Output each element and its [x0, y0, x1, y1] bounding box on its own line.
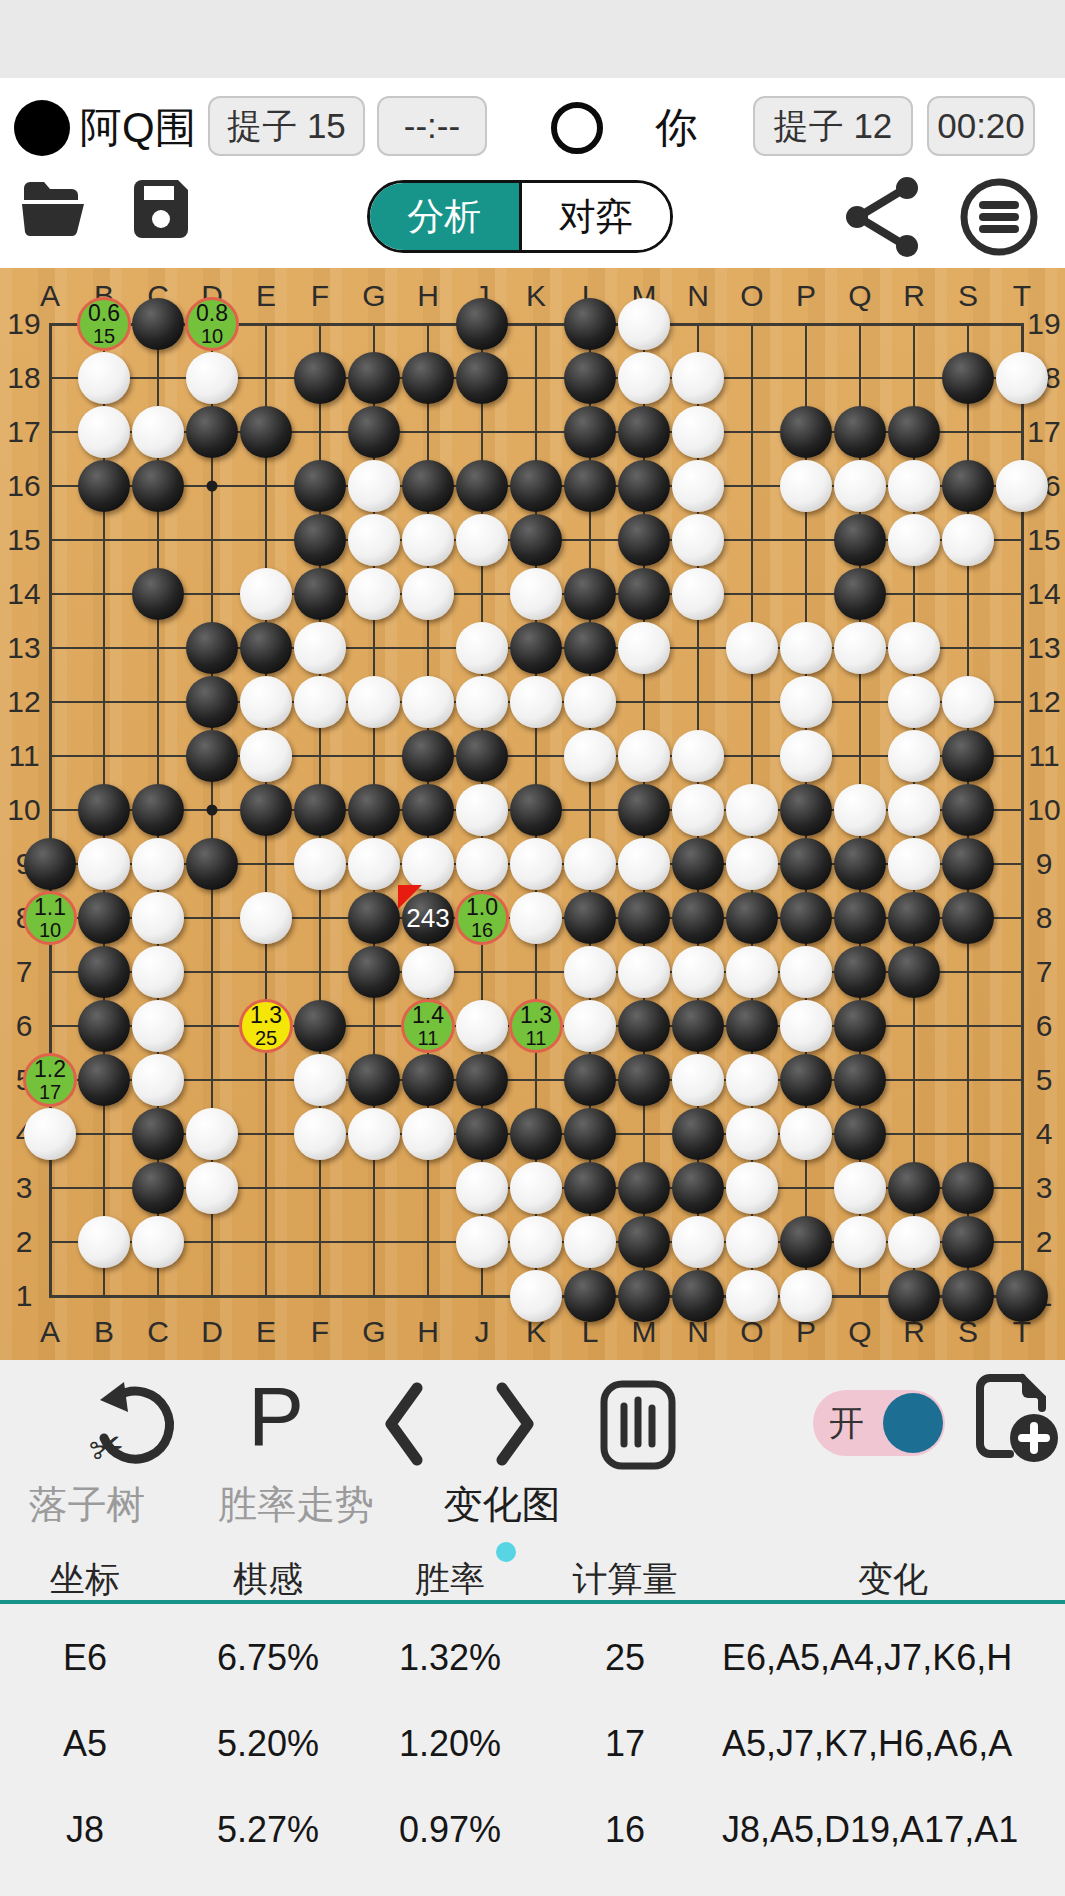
open-file-button[interactable] — [20, 180, 86, 236]
coord-number-left: 12 — [7, 685, 40, 719]
table-header-underline — [0, 1600, 1065, 1604]
coord-number-right: 7 — [1036, 955, 1053, 989]
white-stone-R11 — [888, 730, 940, 782]
new-file-button[interactable] — [972, 1372, 1062, 1468]
white-stone-G14 — [348, 568, 400, 620]
coord-number-right: 17 — [1027, 415, 1060, 449]
coord-number-right: 10 — [1027, 793, 1060, 827]
black-stone-D12 — [186, 676, 238, 728]
last-move-marker-triangle — [398, 885, 422, 909]
coord-letter-top: P — [796, 279, 816, 313]
black-stone-N6 — [672, 1000, 724, 1052]
suggestion-visits: 10 — [39, 920, 61, 940]
black-stone-E13 — [240, 622, 292, 674]
white-stone-G12 — [348, 676, 400, 728]
black-stone-G17 — [348, 406, 400, 458]
suggestion-overlay-B19[interactable]: 0.615 — [77, 297, 131, 351]
black-stone-M14 — [618, 568, 670, 620]
suggestion-winrate: 1.4 — [412, 1004, 444, 1027]
black-stone-C19 — [132, 298, 184, 350]
black-stone-A9 — [24, 838, 76, 890]
white-stone-G9 — [348, 838, 400, 890]
white-stone-G16 — [348, 460, 400, 512]
bar-chart-icon — [600, 1380, 676, 1470]
white-stone-Q16 — [834, 460, 886, 512]
mode-segmented-control: 分析 对弈 — [367, 180, 673, 253]
black-stone-H18 — [402, 352, 454, 404]
white-stone-R15 — [888, 514, 940, 566]
coord-letter-top: G — [362, 279, 385, 313]
black-stone-J16 — [456, 460, 508, 512]
white-stone-L6 — [564, 1000, 616, 1052]
suggestion-overlay-A8[interactable]: 1.110 — [23, 891, 77, 945]
white-stone-O2 — [726, 1216, 778, 1268]
white-stone-P12 — [780, 676, 832, 728]
white-stone-H15 — [402, 514, 454, 566]
white-stone-C6 — [132, 1000, 184, 1052]
table-header-cell: 变化 — [858, 1556, 928, 1603]
black-stone-M10 — [618, 784, 670, 836]
header: 阿Q围 提子 15 --:-- 你 提子 12 00:20 — [0, 78, 1065, 268]
coord-letter-top: A — [40, 279, 60, 313]
black-stone-S9 — [942, 838, 994, 890]
tab-move-tree[interactable]: 落子树 — [29, 1478, 146, 1532]
black-stone-Q17 — [834, 406, 886, 458]
coord-number-right: 11 — [1028, 739, 1059, 773]
white-stone-D18 — [186, 352, 238, 404]
white-clock: 00:20 — [927, 96, 1035, 156]
black-stone-G5 — [348, 1054, 400, 1106]
black-stone-S16 — [942, 460, 994, 512]
coord-letter-bottom: E — [256, 1315, 276, 1349]
white-stone-R2 — [888, 1216, 940, 1268]
white-stone-R10 — [888, 784, 940, 836]
white-stone-D3 — [186, 1162, 238, 1214]
white-stone-G15 — [348, 514, 400, 566]
black-stone-Q9 — [834, 838, 886, 890]
chart-button[interactable] — [600, 1380, 676, 1470]
white-stone-O5 — [726, 1054, 778, 1106]
white-stone-M11 — [618, 730, 670, 782]
white-stone-K3 — [510, 1162, 562, 1214]
coord-letter-top: E — [256, 279, 276, 313]
coord-number-left: 13 — [7, 631, 40, 665]
black-stone-O6 — [726, 1000, 778, 1052]
black-time-value: --:-- — [404, 106, 460, 146]
black-stone-D17 — [186, 406, 238, 458]
black-stone-G8 — [348, 892, 400, 944]
white-stone-J13 — [456, 622, 508, 674]
black-stone-P10 — [780, 784, 832, 836]
black-stone-F15 — [294, 514, 346, 566]
tab-play[interactable]: 对弈 — [519, 183, 671, 250]
share-button[interactable] — [842, 176, 926, 258]
black-stone-H10 — [402, 784, 454, 836]
file-plus-icon — [972, 1372, 1062, 1468]
status-bar — [0, 0, 1065, 78]
white-stone-K1 — [510, 1270, 562, 1322]
white-stone-N14 — [672, 568, 724, 620]
coord-letter-top: F — [311, 279, 329, 313]
black-stone-L1 — [564, 1270, 616, 1322]
coord-letter-bottom: J — [475, 1315, 490, 1349]
black-stone-P17 — [780, 406, 832, 458]
coord-number-right: 8 — [1036, 901, 1053, 935]
cell-winrate: 0.97% — [399, 1809, 501, 1851]
white-stone-E11 — [240, 730, 292, 782]
white-player-stone-icon — [551, 102, 603, 154]
black-stone-K16 — [510, 460, 562, 512]
white-stone-N7 — [672, 946, 724, 998]
cell-variation: A5,J7,K7,H6,A6,A — [722, 1723, 1065, 1765]
white-stone-R13 — [888, 622, 940, 674]
black-stone-K10 — [510, 784, 562, 836]
tab-winrate-trend[interactable]: 胜率走势 — [218, 1478, 374, 1532]
table-header-cell: 坐标 — [50, 1556, 120, 1603]
coord-number-right: 12 — [1027, 685, 1060, 719]
black-stone-M5 — [618, 1054, 670, 1106]
black-stone-C14 — [132, 568, 184, 620]
white-stone-M9 — [618, 838, 670, 890]
undo-move-button[interactable]: ✂ — [88, 1380, 184, 1472]
suggestion-overlay-K6[interactable]: 1.311 — [509, 999, 563, 1053]
coord-letter-top: R — [903, 279, 925, 313]
white-stone-F4 — [294, 1108, 346, 1160]
white-stone-E14 — [240, 568, 292, 620]
white-stone-H4 — [402, 1108, 454, 1160]
cell-visits: 17 — [605, 1723, 645, 1765]
black-stone-E17 — [240, 406, 292, 458]
white-stone-N18 — [672, 352, 724, 404]
black-stone-K13 — [510, 622, 562, 674]
cell-variation: E6,A5,A4,J7,K6,H — [722, 1637, 1065, 1679]
variation-row-J8[interactable]: J85.27%0.97%16J8,A5,D19,A17,A1 — [0, 1787, 1065, 1873]
black-stone-P5 — [780, 1054, 832, 1106]
pass-button[interactable]: P — [248, 1368, 304, 1465]
coord-letter-bottom: G — [362, 1315, 385, 1349]
coord-letter-top: O — [740, 279, 763, 313]
black-stone-B10 — [78, 784, 130, 836]
black-stone-M15 — [618, 514, 670, 566]
black-stone-C10 — [132, 784, 184, 836]
white-stone-N10 — [672, 784, 724, 836]
white-stone-N15 — [672, 514, 724, 566]
black-stone-J11 — [456, 730, 508, 782]
black-stone-L17 — [564, 406, 616, 458]
analysis-panel: ✂ P 开 — [0, 1360, 1065, 1896]
white-stone-P4 — [780, 1108, 832, 1160]
white-captures-chip: 提子 12 — [753, 96, 913, 156]
white-stone-R16 — [888, 460, 940, 512]
variation-row-A5[interactable]: A55.20%1.20%17A5,J7,K7,H6,A6,A — [0, 1701, 1065, 1787]
black-stone-R3 — [888, 1162, 940, 1214]
coord-number-right: 9 — [1036, 847, 1053, 881]
white-captures-label: 提子 — [774, 103, 844, 150]
black-stone-F6 — [294, 1000, 346, 1052]
coord-number-left: 10 — [7, 793, 40, 827]
cell-coord: J8 — [66, 1809, 104, 1851]
white-stone-L9 — [564, 838, 616, 890]
engine-toggle[interactable]: 开 — [813, 1390, 945, 1456]
cell-visits: 16 — [605, 1809, 645, 1851]
cell-variation: J8,A5,D19,A17,A1 — [722, 1809, 1065, 1851]
table-header-row: 坐标棋感胜率计算量变化 — [0, 1556, 1065, 1600]
toggle-on-label: 开 — [829, 1400, 864, 1447]
white-stone-C5 — [132, 1054, 184, 1106]
black-stone-F18 — [294, 352, 346, 404]
black-stone-R1 — [888, 1270, 940, 1322]
white-stone-D4 — [186, 1108, 238, 1160]
black-stone-G18 — [348, 352, 400, 404]
white-stone-B9 — [78, 838, 130, 890]
black-stone-B16 — [78, 460, 130, 512]
menu-circle-icon — [958, 176, 1040, 258]
black-stone-K15 — [510, 514, 562, 566]
chevron-right-icon — [492, 1382, 538, 1466]
white-stone-F5 — [294, 1054, 346, 1106]
white-stone-O9 — [726, 838, 778, 890]
suggestion-overlay-A5[interactable]: 1.217 — [23, 1053, 77, 1107]
coord-letter-bottom: C — [147, 1315, 169, 1349]
white-stone-M19 — [618, 298, 670, 350]
white-stone-T16 — [996, 460, 1048, 512]
coord-number-left: 11 — [8, 739, 39, 773]
white-stone-C8 — [132, 892, 184, 944]
suggestion-winrate: 1.2 — [34, 1058, 66, 1081]
black-captures-label: 提子 — [227, 103, 297, 150]
black-stone-N8 — [672, 892, 724, 944]
coord-number-right: 2 — [1036, 1225, 1053, 1259]
suggestion-overlay-H6[interactable]: 1.411 — [401, 999, 455, 1053]
go-board[interactable]: AABBCCDDEEFFGGHHJJKKLLMMNNOOPPQQRRSSTT19… — [0, 268, 1065, 1360]
black-stone-M3 — [618, 1162, 670, 1214]
white-stone-Q10 — [834, 784, 886, 836]
white-stone-B17 — [78, 406, 130, 458]
table-header-cell: 棋感 — [233, 1556, 303, 1603]
white-stone-Q3 — [834, 1162, 886, 1214]
black-stone-H16 — [402, 460, 454, 512]
undo-scissors-icon: ✂ — [88, 1380, 184, 1472]
black-captures-value: 15 — [307, 106, 346, 146]
black-stone-J4 — [456, 1108, 508, 1160]
white-stone-N17 — [672, 406, 724, 458]
white-stone-T18 — [996, 352, 1048, 404]
coord-letter-top: H — [417, 279, 439, 313]
white-stone-M7 — [618, 946, 670, 998]
suggestion-visits: 15 — [93, 326, 115, 346]
white-stone-K9 — [510, 838, 562, 890]
suggestion-visits: 17 — [39, 1082, 61, 1102]
black-stone-F14 — [294, 568, 346, 620]
white-stone-P6 — [780, 1000, 832, 1052]
white-stone-J3 — [456, 1162, 508, 1214]
black-stone-B5 — [78, 1054, 130, 1106]
black-stone-L18 — [564, 352, 616, 404]
white-stone-F13 — [294, 622, 346, 674]
coord-number-left: 16 — [7, 469, 40, 503]
coord-number-left: 2 — [16, 1225, 33, 1259]
white-stone-M13 — [618, 622, 670, 674]
prev-move-button[interactable] — [381, 1382, 427, 1466]
white-stone-L11 — [564, 730, 616, 782]
black-player-stone-icon — [14, 100, 70, 156]
white-stone-C2 — [132, 1216, 184, 1268]
white-stone-P7 — [780, 946, 832, 998]
white-stone-S12 — [942, 676, 994, 728]
white-stone-C7 — [132, 946, 184, 998]
white-stone-J2 — [456, 1216, 508, 1268]
black-stone-P9 — [780, 838, 832, 890]
black-stone-D9 — [186, 838, 238, 890]
suggestion-visits: 11 — [418, 1028, 439, 1048]
white-stone-P13 — [780, 622, 832, 674]
black-stone-Q8 — [834, 892, 886, 944]
white-stone-O10 — [726, 784, 778, 836]
coord-letter-bottom: H — [417, 1315, 439, 1349]
coord-letter-top: S — [958, 279, 978, 313]
coord-number-left: 17 — [7, 415, 40, 449]
black-stone-R7 — [888, 946, 940, 998]
coord-number-left: 7 — [16, 955, 33, 989]
black-stone-P8 — [780, 892, 832, 944]
white-stone-N16 — [672, 460, 724, 512]
white-stone-H12 — [402, 676, 454, 728]
coord-letter-top: K — [526, 279, 546, 313]
black-stone-D11 — [186, 730, 238, 782]
coord-number-left: 19 — [7, 307, 40, 341]
suggestion-winrate: 0.8 — [196, 302, 228, 325]
black-stone-L14 — [564, 568, 616, 620]
black-stone-F10 — [294, 784, 346, 836]
cell-coord: E6 — [63, 1637, 107, 1679]
coord-number-right: 19 — [1027, 307, 1060, 341]
black-stone-H8: 243 — [402, 892, 454, 944]
white-stone-J9 — [456, 838, 508, 890]
suggestion-overlay-J8[interactable]: 1.016 — [455, 891, 509, 945]
black-stone-S10 — [942, 784, 994, 836]
black-stone-H11 — [402, 730, 454, 782]
white-stone-R9 — [888, 838, 940, 890]
variation-row-E6[interactable]: E66.75%1.32%25E6,A5,A4,J7,K6,H — [0, 1615, 1065, 1701]
black-stone-S3 — [942, 1162, 994, 1214]
suggestion-overlay-E6[interactable]: 1.325 — [239, 999, 293, 1053]
white-stone-C9 — [132, 838, 184, 890]
white-stone-K8 — [510, 892, 562, 944]
black-stone-J19 — [456, 298, 508, 350]
black-player-name: 阿Q围 — [80, 100, 197, 156]
black-stone-N1 — [672, 1270, 724, 1322]
black-stone-L5 — [564, 1054, 616, 1106]
black-stone-Q14 — [834, 568, 886, 620]
black-stone-L8 — [564, 892, 616, 944]
white-stone-L12 — [564, 676, 616, 728]
white-stone-O3 — [726, 1162, 778, 1214]
white-stone-R12 — [888, 676, 940, 728]
suggestion-overlay-D19[interactable]: 0.810 — [185, 297, 239, 351]
cell-winrate: 1.20% — [399, 1723, 501, 1765]
black-stone-R8 — [888, 892, 940, 944]
white-stone-F9 — [294, 838, 346, 890]
black-captures-chip: 提子 15 — [208, 96, 365, 156]
white-stone-P11 — [780, 730, 832, 782]
white-stone-O13 — [726, 622, 778, 674]
cell-winrate: 1.32% — [399, 1637, 501, 1679]
coord-letter-bottom: D — [201, 1315, 223, 1349]
tab-analyze[interactable]: 分析 — [370, 183, 519, 250]
black-stone-E10 — [240, 784, 292, 836]
white-stone-L7 — [564, 946, 616, 998]
coord-number-right: 14 — [1027, 577, 1060, 611]
share-icon — [842, 176, 926, 258]
white-stone-N2 — [672, 1216, 724, 1268]
black-stone-M16 — [618, 460, 670, 512]
white-stone-M18 — [618, 352, 670, 404]
white-stone-H14 — [402, 568, 454, 620]
black-stone-C16 — [132, 460, 184, 512]
coord-number-left: 3 — [16, 1171, 33, 1205]
white-stone-F12 — [294, 676, 346, 728]
save-floppy-icon — [130, 178, 192, 238]
black-stone-M6 — [618, 1000, 670, 1052]
coord-letter-bottom: F — [311, 1315, 329, 1349]
star-point — [207, 481, 218, 492]
save-button[interactable] — [130, 178, 192, 238]
suggestion-visits: 11 — [526, 1028, 547, 1048]
black-stone-G7 — [348, 946, 400, 998]
suggestion-winrate: 0.6 — [88, 302, 120, 325]
white-stone-B2 — [78, 1216, 130, 1268]
coord-number-right: 5 — [1036, 1063, 1053, 1097]
black-stone-N9 — [672, 838, 724, 890]
coord-letter-top: N — [687, 279, 709, 313]
table-header-cell: 胜率 — [415, 1556, 485, 1603]
white-time-value: 00:20 — [937, 106, 1025, 146]
white-stone-L2 — [564, 1216, 616, 1268]
white-stone-A4 — [24, 1108, 76, 1160]
coord-number-left: 15 — [7, 523, 40, 557]
white-stone-E8 — [240, 892, 292, 944]
white-stone-E12 — [240, 676, 292, 728]
next-move-button[interactable] — [492, 1382, 538, 1466]
table-header-cell: 计算量 — [573, 1556, 678, 1603]
tab-variation-graph[interactable]: 变化图 — [444, 1478, 561, 1532]
black-stone-S18 — [942, 352, 994, 404]
suggestion-visits: 16 — [471, 920, 493, 940]
black-stone-B6 — [78, 1000, 130, 1052]
black-stone-H5 — [402, 1054, 454, 1106]
suggestion-winrate: 1.3 — [250, 1004, 282, 1027]
black-stone-Q5 — [834, 1054, 886, 1106]
black-stone-R17 — [888, 406, 940, 458]
black-stone-B7 — [78, 946, 130, 998]
black-stone-L4 — [564, 1108, 616, 1160]
white-stone-J10 — [456, 784, 508, 836]
white-stone-N5 — [672, 1054, 724, 1106]
cell-policy: 5.27% — [217, 1809, 319, 1851]
black-stone-D13 — [186, 622, 238, 674]
white-stone-H9 — [402, 838, 454, 890]
coord-letter-bottom: A — [40, 1315, 60, 1349]
menu-button[interactable] — [958, 176, 1040, 258]
white-stone-K2 — [510, 1216, 562, 1268]
coord-letter-top: Q — [848, 279, 871, 313]
coord-number-left: 14 — [7, 577, 40, 611]
black-stone-C4 — [132, 1108, 184, 1160]
black-stone-M8 — [618, 892, 670, 944]
coord-number-left: 6 — [16, 1009, 33, 1043]
black-stone-Q7 — [834, 946, 886, 998]
star-point — [207, 805, 218, 816]
